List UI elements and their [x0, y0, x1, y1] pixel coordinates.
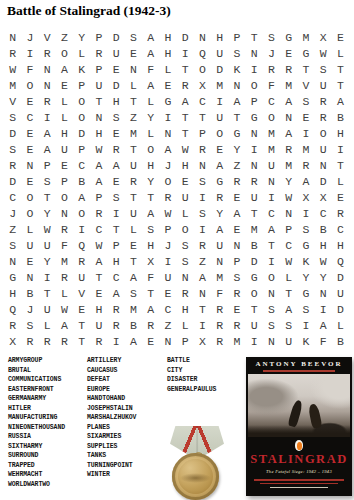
grid-cell[interactable]: D	[108, 29, 125, 45]
grid-cell[interactable]: G	[297, 237, 314, 253]
grid-cell[interactable]: L	[56, 93, 73, 109]
grid-cell[interactable]: A	[194, 269, 211, 285]
grid-cell[interactable]: A	[90, 173, 107, 189]
grid-cell[interactable]: R	[280, 61, 297, 77]
grid-cell[interactable]: U	[332, 285, 349, 301]
grid-cell[interactable]: I	[315, 301, 332, 317]
grid-cell[interactable]: I	[194, 189, 211, 205]
grid-cell[interactable]: N	[56, 205, 73, 221]
grid-cell[interactable]: I	[194, 221, 211, 237]
grid-cell[interactable]: H	[90, 301, 107, 317]
grid-cell[interactable]: I	[297, 205, 314, 221]
grid-cell[interactable]: E	[280, 45, 297, 61]
grid-cell[interactable]: M	[211, 77, 228, 93]
grid-cell[interactable]: L	[142, 125, 159, 141]
grid-cell[interactable]: W	[315, 45, 332, 61]
grid-cell[interactable]: G	[297, 285, 314, 301]
grid-cell[interactable]: E	[21, 141, 38, 157]
grid-cell[interactable]: U	[315, 141, 332, 157]
grid-cell[interactable]: A	[228, 205, 245, 221]
grid-cell[interactable]: T	[125, 141, 142, 157]
grid-cell[interactable]: U	[211, 45, 228, 61]
grid-cell[interactable]: X	[315, 29, 332, 45]
grid-cell[interactable]: R	[21, 333, 38, 349]
grid-cell[interactable]: T	[39, 285, 56, 301]
grid-cell[interactable]: Y	[39, 205, 56, 221]
grid-cell[interactable]: R	[211, 301, 228, 317]
grid-cell[interactable]: O	[177, 221, 194, 237]
grid-cell[interactable]: C	[21, 109, 38, 125]
grid-cell[interactable]: A	[125, 269, 142, 285]
grid-cell[interactable]: R	[194, 237, 211, 253]
grid-cell[interactable]: R	[211, 333, 228, 349]
grid-cell[interactable]: L	[332, 317, 349, 333]
grid-cell[interactable]: D	[177, 29, 194, 45]
grid-cell[interactable]: I	[297, 125, 314, 141]
grid-cell[interactable]: W	[56, 301, 73, 317]
grid-cell[interactable]: R	[228, 317, 245, 333]
grid-cell[interactable]: A	[39, 125, 56, 141]
grid-cell[interactable]: I	[108, 205, 125, 221]
grid-cell[interactable]: E	[56, 77, 73, 93]
grid-cell[interactable]: S	[297, 221, 314, 237]
grid-cell[interactable]: A	[90, 253, 107, 269]
grid-cell[interactable]: T	[280, 285, 297, 301]
grid-cell[interactable]: D	[108, 77, 125, 93]
grid-cell[interactable]: Y	[142, 109, 159, 125]
grid-cell[interactable]: T	[73, 317, 90, 333]
grid-cell[interactable]: C	[4, 189, 21, 205]
grid-cell[interactable]: O	[73, 93, 90, 109]
grid-cell[interactable]: A	[56, 317, 73, 333]
grid-cell[interactable]: R	[125, 173, 142, 189]
grid-cell[interactable]: I	[21, 45, 38, 61]
grid-cell[interactable]: E	[159, 285, 176, 301]
grid-cell[interactable]: M	[246, 221, 263, 237]
grid-cell[interactable]: I	[246, 141, 263, 157]
grid-cell[interactable]: H	[142, 237, 159, 253]
grid-cell[interactable]: U	[246, 189, 263, 205]
grid-cell[interactable]: Y	[39, 253, 56, 269]
grid-cell[interactable]: A	[280, 93, 297, 109]
grid-cell[interactable]: J	[4, 205, 21, 221]
grid-cell[interactable]: S	[177, 253, 194, 269]
grid-cell[interactable]: S	[108, 109, 125, 125]
grid-cell[interactable]: P	[228, 29, 245, 45]
grid-cell[interactable]: U	[315, 77, 332, 93]
grid-cell[interactable]: H	[159, 29, 176, 45]
grid-cell[interactable]: N	[125, 61, 142, 77]
grid-cell[interactable]: R	[332, 205, 349, 221]
grid-cell[interactable]: E	[21, 125, 38, 141]
grid-cell[interactable]: O	[211, 125, 228, 141]
grid-cell[interactable]: N	[90, 109, 107, 125]
grid-cell[interactable]: E	[108, 173, 125, 189]
grid-cell[interactable]: B	[125, 317, 142, 333]
grid-cell[interactable]: R	[56, 269, 73, 285]
grid-cell[interactable]: E	[90, 285, 107, 301]
grid-cell[interactable]: B	[332, 333, 349, 349]
grid-cell[interactable]: N	[280, 109, 297, 125]
grid-cell[interactable]: O	[159, 173, 176, 189]
grid-cell[interactable]: A	[142, 77, 159, 93]
grid-cell[interactable]: T	[177, 125, 194, 141]
grid-cell[interactable]: U	[90, 317, 107, 333]
grid-cell[interactable]: K	[297, 253, 314, 269]
grid-cell[interactable]: L	[332, 45, 349, 61]
grid-cell[interactable]: L	[125, 221, 142, 237]
grid-cell[interactable]: R	[108, 141, 125, 157]
grid-cell[interactable]: I	[332, 141, 349, 157]
grid-cell[interactable]: P	[73, 141, 90, 157]
grid-cell[interactable]: H	[4, 285, 21, 301]
grid-cell[interactable]: T	[177, 61, 194, 77]
grid-cell[interactable]: I	[263, 253, 280, 269]
grid-cell[interactable]: N	[159, 333, 176, 349]
grid-cell[interactable]: Y	[228, 141, 245, 157]
grid-cell[interactable]: A	[315, 317, 332, 333]
grid-cell[interactable]: A	[142, 45, 159, 61]
grid-cell[interactable]: M	[263, 125, 280, 141]
grid-cell[interactable]: T	[246, 301, 263, 317]
grid-cell[interactable]: U	[211, 237, 228, 253]
grid-cell[interactable]: M	[280, 77, 297, 93]
grid-cell[interactable]: I	[73, 221, 90, 237]
grid-cell[interactable]: A	[39, 141, 56, 157]
grid-cell[interactable]: R	[177, 77, 194, 93]
grid-cell[interactable]: P	[73, 77, 90, 93]
grid-cell[interactable]: I	[108, 333, 125, 349]
grid-cell[interactable]: A	[73, 189, 90, 205]
grid-cell[interactable]: P	[194, 125, 211, 141]
grid-cell[interactable]: N	[194, 29, 211, 45]
grid-cell[interactable]: E	[125, 45, 142, 61]
grid-cell[interactable]: T	[142, 189, 159, 205]
grid-cell[interactable]: S	[194, 205, 211, 221]
grid-cell[interactable]: U	[125, 205, 142, 221]
grid-cell[interactable]: E	[297, 109, 314, 125]
grid-cell[interactable]: R	[177, 285, 194, 301]
grid-cell[interactable]: W	[90, 237, 107, 253]
grid-cell[interactable]: V	[4, 93, 21, 109]
grid-cell[interactable]: A	[263, 221, 280, 237]
grid-cell[interactable]: J	[159, 237, 176, 253]
grid-cell[interactable]: N	[315, 285, 332, 301]
grid-cell[interactable]: R	[56, 333, 73, 349]
grid-cell[interactable]: P	[246, 93, 263, 109]
grid-cell[interactable]: N	[4, 29, 21, 45]
grid-cell[interactable]: R	[108, 317, 125, 333]
grid-cell[interactable]: X	[297, 189, 314, 205]
grid-cell[interactable]: N	[263, 285, 280, 301]
grid-cell[interactable]: S	[263, 317, 280, 333]
grid-cell[interactable]: S	[125, 285, 142, 301]
grid-cell[interactable]: E	[56, 157, 73, 173]
grid-cell[interactable]: R	[315, 109, 332, 125]
grid-cell[interactable]: F	[56, 237, 73, 253]
grid-cell[interactable]: P	[90, 189, 107, 205]
grid-cell[interactable]: M	[228, 333, 245, 349]
grid-cell[interactable]: P	[228, 253, 245, 269]
grid-cell[interactable]: C	[332, 221, 349, 237]
grid-cell[interactable]: N	[39, 61, 56, 77]
grid-cell[interactable]: W	[280, 253, 297, 269]
grid-cell[interactable]: A	[177, 93, 194, 109]
grid-cell[interactable]: N	[315, 157, 332, 173]
grid-cell[interactable]: U	[280, 333, 297, 349]
grid-cell[interactable]: I	[194, 317, 211, 333]
grid-cell[interactable]: S	[4, 141, 21, 157]
grid-cell[interactable]: K	[73, 61, 90, 77]
grid-cell[interactable]: F	[142, 269, 159, 285]
grid-cell[interactable]: E	[332, 189, 349, 205]
grid-cell[interactable]: T	[332, 61, 349, 77]
grid-cell[interactable]: Y	[315, 269, 332, 285]
grid-cell[interactable]: H	[56, 125, 73, 141]
grid-cell[interactable]: G	[246, 109, 263, 125]
grid-cell[interactable]: R	[56, 221, 73, 237]
grid-cell[interactable]: N	[246, 45, 263, 61]
grid-cell[interactable]: S	[4, 109, 21, 125]
grid-cell[interactable]: R	[315, 93, 332, 109]
grid-cell[interactable]: N	[246, 157, 263, 173]
grid-cell[interactable]: Y	[142, 173, 159, 189]
grid-cell[interactable]: A	[332, 93, 349, 109]
grid-cell[interactable]: C	[315, 205, 332, 221]
grid-cell[interactable]: T	[125, 253, 142, 269]
grid-cell[interactable]: P	[39, 157, 56, 173]
grid-cell[interactable]: A	[211, 157, 228, 173]
grid-cell[interactable]: O	[56, 189, 73, 205]
grid-cell[interactable]: N	[280, 205, 297, 221]
grid-cell[interactable]: P	[280, 221, 297, 237]
grid-cell[interactable]: U	[73, 269, 90, 285]
grid-cell[interactable]: Z	[56, 29, 73, 45]
grid-cell[interactable]: V	[73, 285, 90, 301]
grid-cell[interactable]: C	[263, 205, 280, 221]
grid-cell[interactable]: R	[90, 45, 107, 61]
grid-cell[interactable]: R	[159, 189, 176, 205]
grid-cell[interactable]: D	[246, 253, 263, 269]
grid-cell[interactable]: D	[4, 173, 21, 189]
grid-cell[interactable]: L	[332, 173, 349, 189]
grid-cell[interactable]: G	[159, 93, 176, 109]
grid-cell[interactable]: R	[297, 157, 314, 173]
grid-cell[interactable]: R	[39, 45, 56, 61]
grid-cell[interactable]: W	[315, 253, 332, 269]
grid-cell[interactable]: R	[39, 93, 56, 109]
grid-cell[interactable]: I	[159, 109, 176, 125]
grid-cell[interactable]: L	[280, 269, 297, 285]
grid-cell[interactable]: M	[4, 77, 21, 93]
grid-cell[interactable]: C	[73, 157, 90, 173]
grid-cell[interactable]: M	[211, 269, 228, 285]
grid-cell[interactable]: E	[142, 333, 159, 349]
grid-cell[interactable]: N	[228, 77, 245, 93]
grid-cell[interactable]: U	[39, 237, 56, 253]
grid-cell[interactable]: N	[177, 269, 194, 285]
grid-cell[interactable]: L	[125, 77, 142, 93]
grid-cell[interactable]: Q	[194, 45, 211, 61]
grid-cell[interactable]: J	[21, 301, 38, 317]
grid-cell[interactable]: H	[108, 253, 125, 269]
grid-cell[interactable]: N	[159, 125, 176, 141]
grid-cell[interactable]: U	[108, 45, 125, 61]
grid-cell[interactable]: W	[177, 141, 194, 157]
grid-cell[interactable]: U	[90, 77, 107, 93]
grid-cell[interactable]: U	[39, 301, 56, 317]
grid-cell[interactable]: Z	[125, 109, 142, 125]
grid-cell[interactable]: M	[125, 125, 142, 141]
grid-cell[interactable]: T	[90, 93, 107, 109]
grid-cell[interactable]: D	[332, 269, 349, 285]
grid-cell[interactable]: T	[332, 77, 349, 93]
grid-cell[interactable]: G	[4, 269, 21, 285]
grid-cell[interactable]: G	[228, 125, 245, 141]
grid-cell[interactable]: H	[332, 125, 349, 141]
grid-cell[interactable]: Q	[332, 253, 349, 269]
grid-cell[interactable]: L	[21, 221, 38, 237]
grid-cell[interactable]: T	[194, 109, 211, 125]
grid-cell[interactable]: L	[56, 285, 73, 301]
grid-cell[interactable]: J	[159, 157, 176, 173]
grid-cell[interactable]: K	[297, 333, 314, 349]
grid-cell[interactable]: B	[246, 237, 263, 253]
grid-cell[interactable]: X	[142, 253, 159, 269]
grid-cell[interactable]: F	[263, 77, 280, 93]
grid-cell[interactable]: N	[228, 237, 245, 253]
grid-cell[interactable]: O	[246, 77, 263, 93]
grid-cell[interactable]: I	[159, 253, 176, 269]
grid-cell[interactable]: H	[108, 93, 125, 109]
grid-cell[interactable]: H	[142, 157, 159, 173]
grid-cell[interactable]: O	[73, 109, 90, 125]
grid-cell[interactable]: N	[21, 269, 38, 285]
grid-cell[interactable]: N	[246, 125, 263, 141]
grid-cell[interactable]: R	[39, 333, 56, 349]
grid-cell[interactable]: M	[280, 157, 297, 173]
grid-cell[interactable]: N	[21, 157, 38, 173]
grid-cell[interactable]: R	[280, 141, 297, 157]
grid-cell[interactable]: O	[21, 77, 38, 93]
grid-cell[interactable]: P	[159, 221, 176, 237]
grid-cell[interactable]: T	[125, 189, 142, 205]
grid-cell[interactable]: A	[142, 301, 159, 317]
grid-cell[interactable]: A	[90, 157, 107, 173]
grid-cell[interactable]: Y	[73, 29, 90, 45]
grid-cell[interactable]: A	[142, 29, 159, 45]
grid-cell[interactable]: A	[297, 173, 314, 189]
grid-cell[interactable]: Q	[4, 301, 21, 317]
grid-cell[interactable]: R	[142, 317, 159, 333]
grid-cell[interactable]: X	[194, 333, 211, 349]
grid-cell[interactable]: L	[56, 109, 73, 125]
grid-cell[interactable]: J	[263, 45, 280, 61]
grid-cell[interactable]: S	[177, 237, 194, 253]
grid-cell[interactable]: M	[56, 253, 73, 269]
grid-cell[interactable]: U	[211, 109, 228, 125]
grid-cell[interactable]: E	[21, 93, 38, 109]
grid-cell[interactable]: E	[228, 221, 245, 237]
grid-cell[interactable]: A	[56, 61, 73, 77]
grid-cell[interactable]: S	[280, 317, 297, 333]
grid-cell[interactable]: A	[228, 93, 245, 109]
grid-cell[interactable]: F	[211, 285, 228, 301]
grid-cell[interactable]: E	[108, 61, 125, 77]
grid-cell[interactable]: G	[297, 45, 314, 61]
grid-cell[interactable]: H	[332, 237, 349, 253]
grid-cell[interactable]: O	[21, 189, 38, 205]
grid-cell[interactable]: R	[90, 333, 107, 349]
grid-cell[interactable]: E	[228, 301, 245, 317]
grid-cell[interactable]: T	[246, 29, 263, 45]
grid-cell[interactable]: W	[4, 61, 21, 77]
grid-cell[interactable]: S	[142, 221, 159, 237]
grid-cell[interactable]: U	[56, 141, 73, 157]
grid-cell[interactable]: B	[73, 173, 90, 189]
grid-cell[interactable]: N	[263, 333, 280, 349]
grid-cell[interactable]: H	[177, 301, 194, 317]
grid-cell[interactable]: S	[194, 173, 211, 189]
grid-cell[interactable]: C	[90, 221, 107, 237]
grid-cell[interactable]: T	[228, 109, 245, 125]
grid-cell[interactable]: A	[280, 125, 297, 141]
grid-cell[interactable]: R	[246, 173, 263, 189]
grid-cell[interactable]: R	[4, 45, 21, 61]
grid-cell[interactable]: O	[21, 205, 38, 221]
grid-cell[interactable]: S	[4, 237, 21, 253]
grid-cell[interactable]: N	[211, 253, 228, 269]
grid-cell[interactable]: C	[108, 269, 125, 285]
grid-cell[interactable]: T	[125, 93, 142, 109]
grid-cell[interactable]: L	[39, 317, 56, 333]
grid-cell[interactable]: N	[4, 253, 21, 269]
grid-cell[interactable]: O	[194, 61, 211, 77]
grid-cell[interactable]: R	[211, 317, 228, 333]
grid-cell[interactable]: S	[263, 301, 280, 317]
grid-cell[interactable]: S	[228, 269, 245, 285]
grid-cell[interactable]: T	[194, 301, 211, 317]
grid-cell[interactable]: R	[194, 141, 211, 157]
grid-cell[interactable]: P	[56, 173, 73, 189]
grid-cell[interactable]: M	[297, 141, 314, 157]
grid-cell[interactable]: H	[315, 237, 332, 253]
grid-cell[interactable]: S	[228, 45, 245, 61]
grid-cell[interactable]: I	[39, 269, 56, 285]
grid-cell[interactable]: N	[194, 157, 211, 173]
grid-cell[interactable]: N	[263, 173, 280, 189]
grid-cell[interactable]: E	[211, 141, 228, 157]
grid-cell[interactable]: L	[177, 205, 194, 221]
grid-cell[interactable]: A	[211, 221, 228, 237]
grid-cell[interactable]: R	[263, 61, 280, 77]
grid-cell[interactable]: I	[211, 93, 228, 109]
grid-cell[interactable]: H	[90, 125, 107, 141]
grid-cell[interactable]: E	[21, 173, 38, 189]
grid-cell[interactable]: I	[297, 317, 314, 333]
grid-cell[interactable]: B	[315, 221, 332, 237]
grid-cell[interactable]: G	[246, 269, 263, 285]
grid-cell[interactable]: O	[263, 109, 280, 125]
grid-cell[interactable]: R	[4, 317, 21, 333]
grid-cell[interactable]: I	[246, 61, 263, 77]
grid-cell[interactable]: A	[159, 141, 176, 157]
grid-cell[interactable]: E	[228, 189, 245, 205]
grid-cell[interactable]: P	[90, 61, 107, 77]
grid-cell[interactable]: L	[159, 61, 176, 77]
grid-cell[interactable]: W	[90, 141, 107, 157]
grid-cell[interactable]: B	[21, 285, 38, 301]
